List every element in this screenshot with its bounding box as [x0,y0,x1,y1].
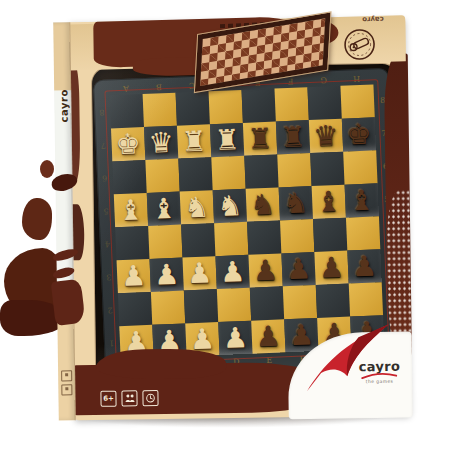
square-f6 [277,153,311,187]
piece-white-bishop: ♝ [114,193,148,227]
timer-icon [142,390,158,406]
square-d6 [211,156,245,190]
brand-name: cayro [359,359,401,373]
square-c3: ♟ [182,256,216,290]
square-a6 [112,160,146,194]
square-e1: ♟ [251,319,285,353]
square-e8 [242,89,276,123]
piece-white-bishop: ♝ [147,192,181,226]
piece-black-queen: ♛ [309,119,343,153]
coord-label: A [109,80,142,93]
square-e3: ♟ [248,253,282,287]
piece-white-pawn: ♟ [150,258,184,292]
square-e5: ♞ [246,187,280,221]
square-a4 [115,226,149,260]
square-h6 [343,150,377,184]
coord-label: 5 [99,194,113,228]
square-d4 [214,222,248,256]
square-e4 [247,220,281,254]
piece-black-knight: ♞ [279,186,313,220]
square-a2 [118,292,152,326]
box-front: cayro ABCDEFGH ABCDEFGH 87654321 8765432… [69,18,411,421]
top-brand-logo: cayro [362,15,384,24]
square-c5: ♞ [180,190,214,224]
square-b3: ♟ [150,258,184,292]
info-badges: 6+ [100,390,158,407]
square-d1: ♟ [218,321,252,355]
square-c7: ♜ [177,124,211,158]
brand-logo: cayro the games [359,359,401,384]
square-g8 [307,86,341,120]
square-d8 [209,90,243,124]
square-g5: ♝ [312,185,346,219]
square-h3: ♟ [347,249,381,283]
square-f2 [283,285,317,319]
piece-black-bishop: ♝ [345,183,379,217]
square-e6 [244,154,278,188]
paint-splatter [40,160,54,178]
square-g2 [316,284,350,318]
square-a5: ♝ [114,193,148,227]
box-top-face: cayro [69,15,406,70]
piece-black-pawn: ♟ [248,253,282,287]
square-c6 [178,157,212,191]
coord-label: 3 [102,260,116,294]
paint-stroke-right [384,54,412,356]
square-e2 [250,286,284,320]
certification-stamp-icon [61,370,72,381]
square-f3: ♟ [281,252,315,286]
coord-label: 2 [103,293,117,327]
coord-label: 4 [100,227,114,261]
square-f5: ♞ [279,186,313,220]
coord-label: G [307,72,340,85]
square-a3: ♟ [117,259,151,293]
square-d7: ♜ [210,123,244,157]
square-h5: ♝ [345,183,379,217]
square-b8 [143,93,177,127]
square-h4 [346,216,380,250]
certification-stamp-icon [61,384,72,395]
piece-black-rook: ♜ [276,120,310,154]
square-c4 [181,223,215,257]
piece-white-pawn: ♟ [117,259,151,293]
square-h2 [349,282,383,316]
players-icon [121,390,137,406]
piece-white-pawn: ♟ [215,255,249,289]
coord-label: 8 [95,96,109,130]
square-g6 [310,152,344,186]
coord-label: H [340,70,373,83]
piece-black-bishop: ♝ [312,185,346,219]
piece-white-knight: ♞ [213,189,247,223]
piece-white-pawn: ♟ [218,321,252,355]
square-h8 [340,84,374,118]
piece-white-knight: ♞ [180,190,214,224]
square-b5: ♝ [147,192,181,226]
square-a7: ♚ [111,127,145,161]
piece-black-pawn: ♟ [314,251,348,285]
piece-black-king: ♚ [342,117,376,151]
square-h7: ♚ [342,117,376,151]
piece-black-rook: ♜ [243,121,277,155]
coord-label: 6 [97,161,111,195]
square-c2 [184,289,218,323]
square-f7: ♜ [276,120,310,154]
square-b6 [145,159,179,193]
side-brand-logo: cayro [58,89,69,122]
piece-white-rook: ♜ [177,124,211,158]
square-b4 [148,225,182,259]
square-d3: ♟ [215,255,249,289]
square-b7: ♛ [144,126,178,160]
square-e7: ♜ [243,121,277,155]
paint-stroke [51,279,86,326]
paint-splatter [22,198,52,240]
coord-label: 7 [96,128,110,162]
piece-white-pawn: ♟ [182,256,216,290]
board-squares: ♚♛♜♜♜♜♛♚♝♝♞♞♞♞♝♝♟♟♟♟♟♟♟♟♟♟♟♟♟♟♟♟ [110,84,385,359]
chess-set-box: cayro cayro [53,18,411,421]
square-d5: ♞ [213,189,247,223]
square-g7: ♛ [309,119,343,153]
piece-white-king: ♚ [111,127,145,161]
coord-label: B [142,79,175,92]
piece-black-knight: ♞ [246,187,280,221]
piece-black-pawn: ♟ [251,319,285,353]
square-d2 [217,288,251,322]
square-b2 [151,290,185,324]
piece-black-pawn: ♟ [281,252,315,286]
age-badge: 6+ [100,391,116,407]
square-f8 [274,87,308,121]
brand-tagline: the games [359,379,400,384]
square-c8 [176,91,210,125]
piece-white-queen: ♛ [144,126,178,160]
square-g4 [313,218,347,252]
square-g3: ♟ [314,251,348,285]
piece-white-rook: ♜ [210,123,244,157]
quality-seal-icon [341,26,377,63]
square-a8 [110,94,144,128]
piece-black-pawn: ♟ [347,249,381,283]
square-f4 [280,219,314,253]
product-photo: cayro cayro [0,0,450,450]
